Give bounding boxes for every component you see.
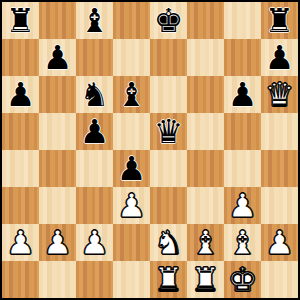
white-pawn-piece: ♟ — [265, 224, 295, 261]
square-b5[interactable] — [39, 113, 76, 150]
black-pawn-piece: ♟ — [43, 39, 73, 76]
white-pawn-piece: ♟ — [43, 224, 73, 261]
square-f8[interactable] — [187, 2, 224, 39]
black-bishop-piece: ♝ — [80, 2, 110, 39]
square-c8[interactable]: ♝ — [76, 2, 113, 39]
square-a1[interactable] — [2, 261, 39, 298]
white-bishop-piece: ♝ — [228, 224, 258, 261]
white-pawn-piece: ♟ — [117, 187, 147, 224]
square-e2[interactable]: ♞ — [150, 224, 187, 261]
black-queen-piece: ♛ — [154, 113, 184, 150]
white-rook-piece: ♜ — [191, 261, 221, 298]
square-h8[interactable]: ♜ — [261, 2, 298, 39]
white-rook-piece: ♜ — [154, 261, 184, 298]
square-c3[interactable] — [76, 187, 113, 224]
black-pawn-piece: ♟ — [6, 76, 36, 113]
chess-board: ♜♝♚♜♟♟♟♞♝♟♛♟♛♟♟♟♟♟♟♞♝♝♟♜♜♚ — [2, 2, 298, 298]
white-king-piece: ♚ — [228, 261, 258, 298]
square-e4[interactable] — [150, 150, 187, 187]
square-h5[interactable] — [261, 113, 298, 150]
square-g3[interactable]: ♟ — [224, 187, 261, 224]
square-a7[interactable] — [2, 39, 39, 76]
square-d6[interactable]: ♝ — [113, 76, 150, 113]
square-a4[interactable] — [2, 150, 39, 187]
square-d7[interactable] — [113, 39, 150, 76]
black-pawn-piece: ♟ — [265, 39, 295, 76]
square-c4[interactable] — [76, 150, 113, 187]
square-c6[interactable]: ♞ — [76, 76, 113, 113]
white-pawn-piece: ♟ — [80, 224, 110, 261]
square-c1[interactable] — [76, 261, 113, 298]
square-h6[interactable]: ♛ — [261, 76, 298, 113]
square-e3[interactable] — [150, 187, 187, 224]
square-a3[interactable] — [2, 187, 39, 224]
black-rook-piece: ♜ — [265, 2, 295, 39]
square-d8[interactable] — [113, 2, 150, 39]
square-d2[interactable] — [113, 224, 150, 261]
square-d3[interactable]: ♟ — [113, 187, 150, 224]
white-queen-piece: ♛ — [265, 76, 295, 113]
square-e6[interactable] — [150, 76, 187, 113]
white-bishop-piece: ♝ — [191, 224, 221, 261]
black-king-piece: ♚ — [154, 2, 184, 39]
square-e7[interactable] — [150, 39, 187, 76]
square-f6[interactable] — [187, 76, 224, 113]
square-f3[interactable] — [187, 187, 224, 224]
square-d4[interactable]: ♟ — [113, 150, 150, 187]
square-g4[interactable] — [224, 150, 261, 187]
square-b4[interactable] — [39, 150, 76, 187]
square-c7[interactable] — [76, 39, 113, 76]
square-h1[interactable] — [261, 261, 298, 298]
square-h2[interactable]: ♟ — [261, 224, 298, 261]
square-d1[interactable] — [113, 261, 150, 298]
white-pawn-piece: ♟ — [6, 224, 36, 261]
square-g5[interactable] — [224, 113, 261, 150]
square-b7[interactable]: ♟ — [39, 39, 76, 76]
square-c5[interactable]: ♟ — [76, 113, 113, 150]
square-d5[interactable] — [113, 113, 150, 150]
square-b2[interactable]: ♟ — [39, 224, 76, 261]
square-h4[interactable] — [261, 150, 298, 187]
square-f1[interactable]: ♜ — [187, 261, 224, 298]
square-f2[interactable]: ♝ — [187, 224, 224, 261]
black-rook-piece: ♜ — [6, 2, 36, 39]
black-pawn-piece: ♟ — [228, 76, 258, 113]
square-e1[interactable]: ♜ — [150, 261, 187, 298]
square-f5[interactable] — [187, 113, 224, 150]
white-knight-piece: ♞ — [154, 224, 184, 261]
square-g2[interactable]: ♝ — [224, 224, 261, 261]
square-c2[interactable]: ♟ — [76, 224, 113, 261]
black-knight-piece: ♞ — [80, 76, 110, 113]
square-f7[interactable] — [187, 39, 224, 76]
square-f4[interactable] — [187, 150, 224, 187]
square-g6[interactable]: ♟ — [224, 76, 261, 113]
square-g7[interactable] — [224, 39, 261, 76]
black-pawn-piece: ♟ — [117, 150, 147, 187]
square-b1[interactable] — [39, 261, 76, 298]
square-a2[interactable]: ♟ — [2, 224, 39, 261]
square-b8[interactable] — [39, 2, 76, 39]
square-g1[interactable]: ♚ — [224, 261, 261, 298]
square-e5[interactable]: ♛ — [150, 113, 187, 150]
square-h3[interactable] — [261, 187, 298, 224]
square-a8[interactable]: ♜ — [2, 2, 39, 39]
square-g8[interactable] — [224, 2, 261, 39]
white-pawn-piece: ♟ — [228, 187, 258, 224]
black-pawn-piece: ♟ — [80, 113, 110, 150]
black-bishop-piece: ♝ — [117, 76, 147, 113]
square-a6[interactable]: ♟ — [2, 76, 39, 113]
square-b3[interactable] — [39, 187, 76, 224]
board-frame: ♜♝♚♜♟♟♟♞♝♟♛♟♛♟♟♟♟♟♟♞♝♝♟♜♜♚ — [0, 0, 300, 300]
square-a5[interactable] — [2, 113, 39, 150]
square-e8[interactable]: ♚ — [150, 2, 187, 39]
square-b6[interactable] — [39, 76, 76, 113]
square-h7[interactable]: ♟ — [261, 39, 298, 76]
